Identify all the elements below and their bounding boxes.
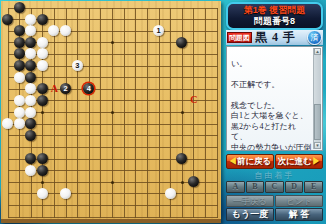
star-point	[41, 181, 44, 184]
stone-black	[37, 14, 48, 25]
stone-black	[25, 37, 36, 48]
move-count-label: 黒 4 手	[255, 29, 296, 46]
nav-button-row: ◀前に戻る 次に進む▶	[226, 154, 323, 169]
free-play-ghost-label: 自由着手	[226, 171, 323, 181]
stone-black	[176, 153, 187, 164]
grid-line	[8, 217, 218, 218]
stone-black	[176, 37, 187, 48]
stone-white	[14, 118, 25, 129]
stone-white	[37, 48, 48, 59]
app-window: AC2413 第1巻 復習問題 問題番号8 問題図 黒 4 手 済 い。 不正解…	[0, 0, 326, 224]
star-point	[111, 181, 114, 184]
grid-line	[147, 8, 148, 218]
stone-white: 3	[72, 60, 83, 71]
grid-line	[8, 135, 218, 136]
star-point	[181, 111, 184, 114]
stone-white	[14, 72, 25, 83]
star-point	[181, 181, 184, 184]
choice-button-row: A B C D E	[226, 181, 323, 193]
stone-white	[25, 165, 36, 176]
star-point	[111, 41, 114, 44]
prev-button-label: 前に戻る	[237, 156, 271, 166]
secondary-button-row: 一手戻る ヒント	[226, 195, 323, 207]
undo-move-button[interactable]: 一手戻る	[226, 195, 274, 207]
next-button-label: 次に進む	[278, 156, 312, 166]
stone-white: 1	[153, 25, 164, 36]
star-point	[111, 111, 114, 114]
stone-black: 4	[83, 83, 94, 94]
scrollbar[interactable]: ▲ ▼	[313, 48, 321, 149]
stone-white	[37, 60, 48, 71]
action-button-row: もう一度 解 答	[226, 208, 323, 221]
stone-white	[25, 14, 36, 25]
grid-line	[217, 8, 218, 218]
stone-white	[60, 188, 71, 199]
choice-button-d[interactable]: D	[285, 181, 304, 193]
next-button[interactable]: 次に進む▶	[275, 154, 323, 169]
stone-white	[25, 25, 36, 36]
point-label-a: A	[48, 84, 60, 94]
stone-black: 2	[60, 83, 71, 94]
choice-button-a[interactable]: A	[226, 181, 245, 193]
stone-black	[14, 2, 25, 13]
retry-button[interactable]: もう一度	[226, 208, 274, 221]
grid-line	[205, 8, 206, 218]
stone-black	[188, 176, 199, 187]
problem-header: 第1巻 復習問題 問題番号8	[226, 2, 323, 30]
stone-black	[25, 60, 36, 71]
grid-line	[170, 8, 171, 218]
problem-diagram-badge: 問題図	[227, 32, 252, 43]
stone-black	[2, 14, 13, 25]
result-message-text: い。 不正解です。 残念でした。 白1と大場を急ぐと、 黒2から4と打たれて、 …	[231, 59, 312, 151]
stone-white	[48, 25, 59, 36]
problem-number: 問題番号8	[228, 16, 321, 27]
grid-line	[124, 8, 125, 218]
stone-black	[14, 25, 25, 36]
prev-arrow-icon: ◀	[229, 156, 238, 166]
stone-black	[37, 165, 48, 176]
scrollbar-thumb[interactable]	[314, 104, 321, 140]
stone-black	[25, 130, 36, 141]
grid-line	[8, 147, 218, 148]
stone-white	[25, 83, 36, 94]
grid-line	[8, 205, 218, 206]
grid-line	[135, 8, 136, 218]
point-label-c: C	[188, 95, 200, 105]
grid-line	[8, 124, 218, 125]
done-badge-icon: 済	[307, 30, 322, 45]
choice-button-c[interactable]: C	[265, 181, 284, 193]
scroll-up-icon[interactable]: ▲	[314, 48, 321, 55]
hint-button[interactable]: ヒント	[275, 195, 323, 207]
stone-black	[25, 153, 36, 164]
next-arrow-icon: ▶	[312, 156, 321, 166]
grid-line	[159, 8, 160, 218]
stone-white	[25, 107, 36, 118]
status-bar: 問題図 黒 4 手 済	[226, 30, 323, 45]
star-point	[41, 111, 44, 114]
stone-white	[14, 95, 25, 106]
stone-black	[14, 37, 25, 48]
stone-white	[165, 188, 176, 199]
side-panel: 第1巻 復習問題 問題番号8 問題図 黒 4 手 済 い。 不正解です。 残念で…	[225, 0, 325, 224]
scroll-down-icon[interactable]: ▼	[314, 142, 321, 149]
choice-button-e[interactable]: E	[304, 181, 323, 193]
answer-button[interactable]: 解 答	[275, 208, 323, 221]
go-board[interactable]: AC2413	[1, 1, 221, 223]
stone-black	[25, 72, 36, 83]
stone-black	[37, 95, 48, 106]
volume-title: 第1巻 復習問題	[228, 4, 321, 16]
stone-white	[25, 95, 36, 106]
prev-button[interactable]: ◀前に戻る	[226, 154, 274, 169]
stone-white	[37, 188, 48, 199]
stone-white	[14, 107, 25, 118]
result-message-box: い。 不正解です。 残念でした。 白1と大場を急ぐと、 黒2から4と打たれて、 …	[226, 46, 323, 151]
stone-white	[60, 25, 71, 36]
choice-button-b[interactable]: B	[246, 181, 265, 193]
stone-black	[37, 83, 48, 94]
stone-black	[14, 60, 25, 71]
stone-black	[37, 153, 48, 164]
stone-white	[25, 48, 36, 59]
stone-white	[2, 118, 13, 129]
stone-white	[37, 37, 48, 48]
stone-black	[14, 48, 25, 59]
stone-black	[25, 118, 36, 129]
